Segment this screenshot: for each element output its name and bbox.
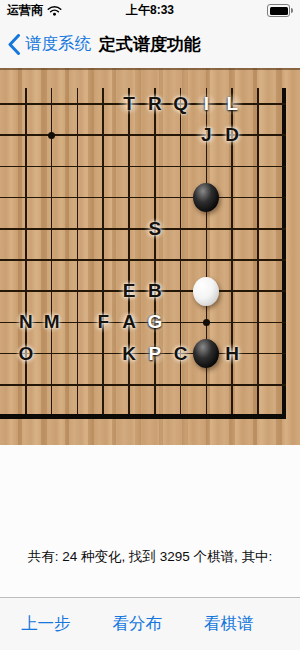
move-option-A[interactable]: A xyxy=(118,311,140,333)
white-stone xyxy=(193,277,219,306)
view-distribution-button[interactable]: 看分布 xyxy=(113,613,163,635)
battery-icon xyxy=(267,4,290,17)
grid-line-vertical xyxy=(257,88,259,419)
move-option-M[interactable]: M xyxy=(41,311,63,333)
star-point xyxy=(48,132,55,139)
grid-line-vertical xyxy=(282,88,287,419)
move-option-H[interactable]: H xyxy=(221,343,243,365)
move-option-L[interactable]: L xyxy=(221,93,243,115)
grid-line-horizontal xyxy=(0,414,286,419)
status-bar: 运营商 上午8:33 xyxy=(0,0,300,20)
move-option-K[interactable]: K xyxy=(118,343,140,365)
chevron-left-icon xyxy=(8,34,20,55)
view-kifu-button[interactable]: 看棋谱 xyxy=(204,613,254,635)
navigation-bar: 谱度系统 定式谱度功能 xyxy=(0,20,300,68)
go-board[interactable]: TRQILJDSEBNMFAGOKPCH xyxy=(0,68,300,445)
grid-line-horizontal xyxy=(0,166,286,168)
grid-line-vertical xyxy=(128,88,130,419)
grid-line-vertical xyxy=(102,88,104,419)
back-button-label: 谱度系统 xyxy=(25,33,91,55)
clock: 上午8:33 xyxy=(126,2,174,19)
move-option-Q[interactable]: Q xyxy=(170,93,192,115)
move-option-F[interactable]: F xyxy=(92,311,114,333)
grid-line-horizontal xyxy=(0,197,286,199)
grid-line-vertical xyxy=(77,88,79,419)
wifi-icon xyxy=(47,5,62,16)
move-option-I[interactable]: I xyxy=(195,93,217,115)
move-option-B[interactable]: B xyxy=(144,280,166,302)
black-stone xyxy=(193,339,219,368)
move-option-C[interactable]: C xyxy=(170,343,192,365)
move-option-S[interactable]: S xyxy=(144,218,166,240)
page-title: 定式谱度功能 xyxy=(99,20,201,68)
star-point xyxy=(203,319,210,326)
move-option-O[interactable]: O xyxy=(15,343,37,365)
grid-line-vertical xyxy=(180,88,182,419)
grid-line-horizontal xyxy=(0,384,286,386)
move-option-J[interactable]: J xyxy=(195,124,217,146)
move-option-E[interactable]: E xyxy=(118,280,140,302)
move-option-R[interactable]: R xyxy=(144,93,166,115)
move-option-P[interactable]: P xyxy=(144,343,166,365)
carrier-label: 运营商 xyxy=(7,2,43,19)
grid-line-vertical xyxy=(25,88,27,419)
move-option-N[interactable]: N xyxy=(15,311,37,333)
app-screen: 运营商 上午8:33 谱度系统 定式谱度功能 TRQILJDSEBNMFAGOK… xyxy=(0,0,300,650)
grid-line-vertical xyxy=(154,88,156,419)
bottom-toolbar: 上一步 看分布 看棋谱 xyxy=(0,597,300,650)
move-option-T[interactable]: T xyxy=(118,93,140,115)
stats-summary-line: 共有: 24 种变化, 找到 3295 个棋谱, 其中: xyxy=(0,546,300,568)
previous-step-button[interactable]: 上一步 xyxy=(21,613,71,635)
move-option-G[interactable]: G xyxy=(144,311,166,333)
black-stone xyxy=(193,183,219,212)
stats-panel: 共有: 24 种变化, 找到 3295 个棋谱, 其中: A 有 1454 谱 … xyxy=(0,445,300,597)
grid-line-horizontal xyxy=(0,259,286,261)
move-option-D[interactable]: D xyxy=(221,124,243,146)
back-button[interactable]: 谱度系统 xyxy=(8,20,91,68)
